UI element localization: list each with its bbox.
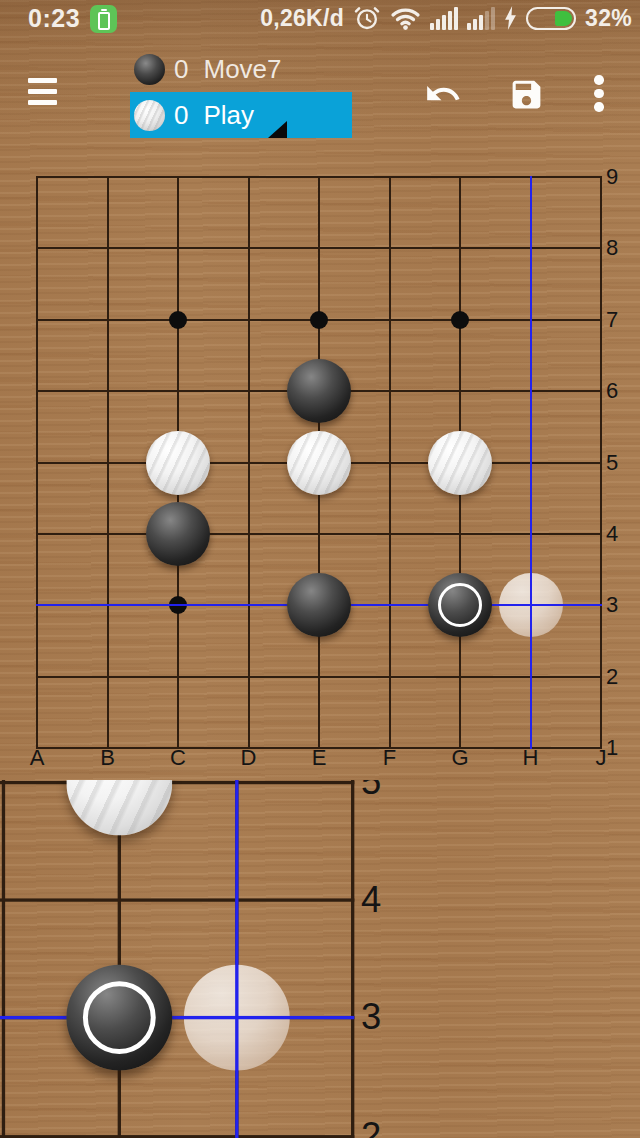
grid-v-line — [351, 780, 354, 1138]
row-label-6: 6 — [606, 378, 636, 404]
star-point-E7 — [310, 311, 328, 329]
last-move-marker — [83, 982, 156, 1055]
stone-white-C5 — [146, 431, 210, 495]
last-move-marker — [438, 583, 482, 627]
stone-black-E6 — [287, 359, 351, 423]
row-label-2: 2 — [606, 664, 636, 690]
row-label-3: 3 — [606, 592, 636, 618]
grid-v-line — [600, 176, 602, 749]
row-label-9: 9 — [606, 164, 636, 190]
magnifier-content: ABCDEFGHJ987654321 — [0, 780, 417, 1138]
grid-h-line — [0, 1134, 354, 1137]
col-label-C: C — [163, 745, 193, 771]
stone-white-G5 — [428, 431, 492, 495]
cursor-line-vertical — [234, 780, 237, 1138]
app-screen: 0:23 0,26K/d — [0, 0, 640, 1138]
cursor-line-vertical — [530, 176, 532, 749]
col-label-B: B — [93, 745, 123, 771]
grid-h-line — [36, 533, 602, 535]
stone-white-E5 — [287, 431, 351, 495]
stone-black-G3 — [428, 573, 492, 637]
row-label-2: 2 — [361, 1115, 411, 1138]
col-label-G: G — [445, 745, 475, 771]
row-label-1: 1 — [606, 735, 636, 761]
star-point-C7 — [169, 311, 187, 329]
cursor-line-horizontal — [0, 1016, 354, 1019]
grid-v-line — [389, 176, 391, 749]
col-label-D: D — [234, 745, 264, 771]
stone-white-G5 — [66, 780, 172, 835]
col-label-E: E — [304, 745, 334, 771]
go-board[interactable]: ABCDEFGHJ987654321 — [0, 0, 640, 780]
row-label-4: 4 — [361, 878, 411, 921]
row-label-7: 7 — [606, 307, 636, 333]
row-label-4: 4 — [606, 521, 636, 547]
row-label-8: 8 — [606, 235, 636, 261]
grid-h-line — [0, 898, 354, 901]
grid-h-line — [36, 676, 602, 678]
star-point-G7 — [451, 311, 469, 329]
col-label-A: A — [22, 745, 52, 771]
grid-h-line — [0, 780, 354, 783]
stone-black-E3 — [287, 573, 351, 637]
row-label-5: 5 — [606, 450, 636, 476]
stone-black-C4 — [146, 502, 210, 566]
row-label-3: 3 — [361, 996, 411, 1039]
magnifier-panel: ABCDEFGHJ987654321 — [0, 780, 640, 1138]
col-label-F: F — [375, 745, 405, 771]
stone-black-G3 — [66, 965, 172, 1071]
grid-v-line — [1, 780, 4, 1138]
row-label-5: 5 — [361, 780, 411, 803]
